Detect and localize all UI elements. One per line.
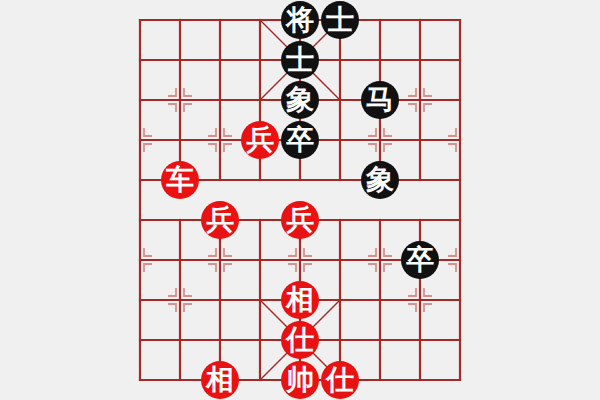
pieces-layer: 将士士象马卒象卒兵车兵兵相仕相帅仕	[120, 0, 480, 400]
piece-red-elephant[interactable]: 相	[281, 281, 319, 319]
piece-label: 兵	[246, 121, 274, 159]
piece-red-soldier[interactable]: 兵	[241, 121, 279, 159]
piece-label: 帅	[286, 361, 314, 399]
piece-black-general[interactable]: 将	[281, 1, 319, 39]
piece-label: 仕	[326, 361, 354, 399]
piece-label: 相	[286, 281, 314, 319]
piece-red-chariot[interactable]: 车	[161, 161, 199, 199]
piece-red-advisor[interactable]: 仕	[321, 361, 359, 399]
piece-label: 车	[166, 161, 194, 199]
piece-red-general[interactable]: 帅	[281, 361, 319, 399]
piece-label: 卒	[286, 121, 314, 159]
piece-black-elephant[interactable]: 象	[361, 161, 399, 199]
piece-label: 相	[206, 361, 234, 399]
piece-black-advisor[interactable]: 士	[281, 41, 319, 79]
piece-label: 仕	[286, 321, 314, 359]
piece-label: 兵	[286, 201, 314, 239]
piece-label: 士	[286, 41, 314, 79]
piece-label: 马	[366, 81, 394, 119]
piece-label: 兵	[206, 201, 234, 239]
piece-black-soldier[interactable]: 卒	[401, 241, 439, 279]
piece-black-soldier[interactable]: 卒	[281, 121, 319, 159]
piece-black-elephant[interactable]: 象	[281, 81, 319, 119]
piece-label: 象	[286, 81, 314, 119]
piece-black-horse[interactable]: 马	[361, 81, 399, 119]
xiangqi-board-diagram: 将士士象马卒象卒兵车兵兵相仕相帅仕	[0, 0, 600, 400]
piece-black-advisor[interactable]: 士	[321, 1, 359, 39]
piece-red-soldier[interactable]: 兵	[281, 201, 319, 239]
piece-label: 卒	[406, 241, 434, 279]
piece-red-soldier[interactable]: 兵	[201, 201, 239, 239]
piece-red-elephant[interactable]: 相	[201, 361, 239, 399]
piece-red-advisor[interactable]: 仕	[281, 321, 319, 359]
piece-label: 士	[326, 1, 354, 39]
piece-label: 象	[366, 161, 394, 199]
piece-label: 将	[286, 1, 314, 39]
